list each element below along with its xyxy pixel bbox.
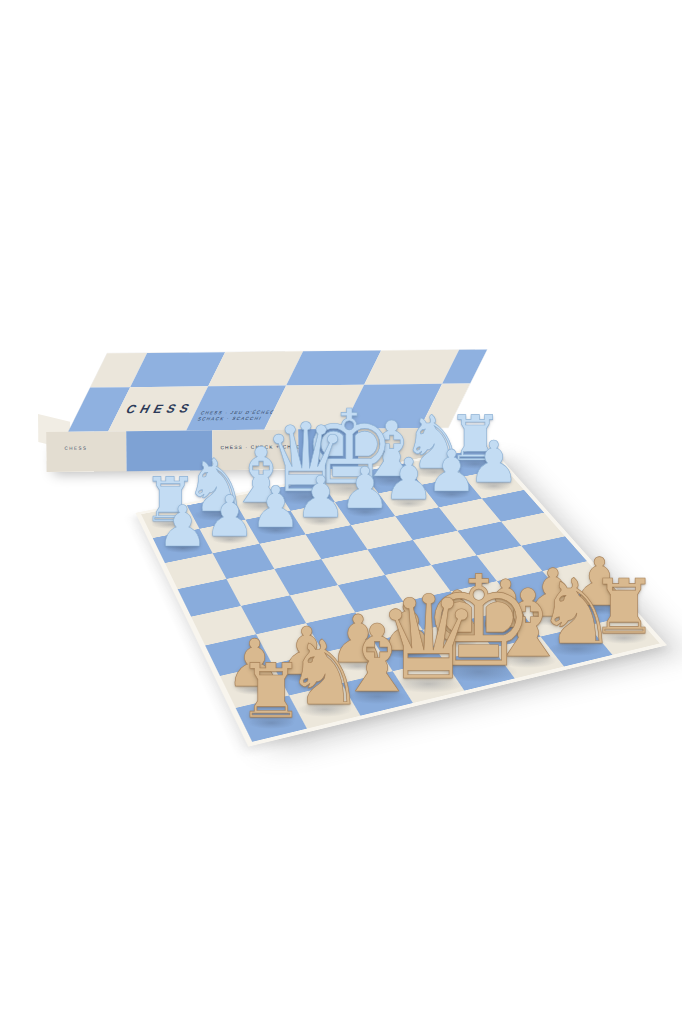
box-side-text: CHESS: [64, 446, 87, 451]
box-front-panel: CHESS: [46, 431, 126, 472]
piece-blue-pawn-b7[interactable]: ♟: [204, 488, 255, 545]
piece-wood-rook-a1[interactable]: ♜: [238, 655, 305, 730]
piece-blue-pawn-c7[interactable]: ♟: [250, 479, 301, 536]
piece-blue-pawn-e7[interactable]: ♟: [339, 460, 390, 517]
product-scene: CHESSCHESS · JEU D'ÉCHECSSCHACK · SCACCH…: [0, 0, 682, 1024]
pieces-layer: ♜♞♝♛♚♝♞♜♟♟♟♟♟♟♟♟♟♟♟♟♟♟♟♟♜♞♝♛♚♝♞♜: [0, 0, 682, 1024]
piece-blue-pawn-d7[interactable]: ♟: [295, 469, 346, 526]
piece-blue-pawn-a7[interactable]: ♟: [157, 498, 208, 555]
